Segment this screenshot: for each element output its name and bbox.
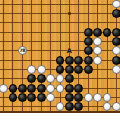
board-point xyxy=(0,84,8,93)
black-stone xyxy=(74,102,83,111)
board-point xyxy=(93,18,102,27)
board-point xyxy=(18,74,27,83)
white-stone xyxy=(103,93,112,102)
board-point xyxy=(112,102,120,111)
board-point xyxy=(27,27,36,36)
white-stone xyxy=(112,65,120,74)
board-point xyxy=(112,55,120,64)
white-stone xyxy=(93,46,102,55)
board-point xyxy=(8,93,17,102)
board-point xyxy=(112,46,120,55)
board-point: 78 xyxy=(18,46,27,55)
board-point xyxy=(112,84,120,93)
board-point xyxy=(102,55,111,64)
board-point xyxy=(27,0,36,9)
board-point xyxy=(102,46,111,55)
white-stone xyxy=(56,74,65,83)
board-point xyxy=(112,27,120,36)
board-point xyxy=(0,0,8,9)
black-stone xyxy=(112,56,120,65)
black-stone xyxy=(37,74,46,83)
board-point xyxy=(83,84,92,93)
board-point xyxy=(112,18,120,27)
board-point xyxy=(74,9,83,18)
board-point xyxy=(83,18,92,27)
board-point xyxy=(93,55,102,64)
board-point xyxy=(0,65,8,74)
board-point xyxy=(27,55,36,64)
point-letter-label: A xyxy=(67,48,72,55)
board-point xyxy=(55,102,64,111)
board-point xyxy=(8,37,17,46)
board-point xyxy=(112,9,120,18)
board-point xyxy=(8,74,17,83)
board-point xyxy=(27,84,36,93)
board-point xyxy=(8,84,17,93)
board-point xyxy=(102,93,111,102)
board-point xyxy=(0,37,8,46)
board-point xyxy=(8,18,17,27)
black-stone xyxy=(37,93,46,102)
board-point xyxy=(18,27,27,36)
board-point xyxy=(8,65,17,74)
board-point xyxy=(46,9,55,18)
board-point xyxy=(55,37,64,46)
white-stone xyxy=(103,102,112,111)
board-point xyxy=(55,55,64,64)
board-point xyxy=(8,9,17,18)
white-stone xyxy=(46,93,55,102)
board-point xyxy=(27,37,36,46)
board-point xyxy=(83,102,92,111)
board-point xyxy=(36,93,45,102)
board-point xyxy=(74,74,83,83)
board-point xyxy=(83,9,92,18)
board-point xyxy=(8,27,17,36)
board-point xyxy=(46,27,55,36)
board-point xyxy=(27,65,36,74)
black-stone xyxy=(56,56,65,65)
black-stone xyxy=(18,84,27,93)
board-point xyxy=(36,102,45,111)
black-stone xyxy=(65,93,74,102)
black-stone xyxy=(74,56,83,65)
board-point xyxy=(83,37,92,46)
board-point xyxy=(36,74,45,83)
board-point xyxy=(83,93,92,102)
board-point xyxy=(18,102,27,111)
board-point xyxy=(8,46,17,55)
board-point xyxy=(112,74,120,83)
board-point xyxy=(8,102,17,111)
board-point xyxy=(74,65,83,74)
board-point xyxy=(36,55,45,64)
board-point xyxy=(74,84,83,93)
white-stone xyxy=(46,84,55,93)
board-point xyxy=(102,74,111,83)
board-point xyxy=(65,84,74,93)
board-point xyxy=(55,46,64,55)
board-point xyxy=(0,93,8,102)
board-point xyxy=(36,37,45,46)
black-stone xyxy=(112,37,120,46)
black-stone xyxy=(65,56,74,65)
board-point xyxy=(93,93,102,102)
board-point xyxy=(46,46,55,55)
board-point xyxy=(93,84,102,93)
board-point xyxy=(74,18,83,27)
board-point xyxy=(102,0,111,9)
black-stone xyxy=(27,84,36,93)
board-point xyxy=(55,0,64,9)
board-point xyxy=(36,84,45,93)
board-point xyxy=(46,55,55,64)
go-diagram-frame: 78A xyxy=(0,0,120,120)
board-point xyxy=(18,9,27,18)
board-point xyxy=(55,27,64,36)
board-point xyxy=(18,84,27,93)
white-stone xyxy=(112,46,120,55)
board-point xyxy=(55,18,64,27)
board-point xyxy=(18,0,27,9)
board-point xyxy=(93,46,102,55)
white-stone xyxy=(56,102,65,111)
white-stone xyxy=(56,84,65,93)
white-stone xyxy=(0,84,8,93)
board-point xyxy=(93,27,102,36)
board-point xyxy=(0,27,8,36)
black-stone xyxy=(65,65,74,74)
white-stone xyxy=(112,0,120,8)
board-point xyxy=(65,0,74,9)
board-point xyxy=(46,0,55,9)
board-point xyxy=(74,102,83,111)
board-point xyxy=(46,84,55,93)
black-stone xyxy=(37,84,46,93)
board-point xyxy=(46,65,55,74)
move-number-label: 78 xyxy=(19,49,25,54)
board-point xyxy=(102,37,111,46)
board-point xyxy=(0,46,8,55)
board-point xyxy=(83,65,92,74)
black-stone xyxy=(9,93,18,102)
board-point xyxy=(8,55,17,64)
board-point xyxy=(102,27,111,36)
white-stone xyxy=(93,93,102,102)
board-point xyxy=(55,93,64,102)
board-point xyxy=(65,93,74,102)
board-point xyxy=(65,74,74,83)
black-stone xyxy=(112,28,120,37)
board-point xyxy=(18,37,27,46)
board-point xyxy=(65,18,74,27)
white-stone xyxy=(27,65,36,74)
board-point xyxy=(93,102,102,111)
board-point xyxy=(102,18,111,27)
board-point xyxy=(93,37,102,46)
board-point xyxy=(83,27,92,36)
black-stone xyxy=(74,65,83,74)
black-stone xyxy=(112,9,120,18)
board-point xyxy=(27,102,36,111)
board-point xyxy=(74,46,83,55)
board-point xyxy=(55,65,64,74)
board-point xyxy=(46,18,55,27)
board-point xyxy=(83,46,92,55)
board-point xyxy=(27,9,36,18)
white-stone xyxy=(93,37,102,46)
board-point xyxy=(74,55,83,64)
black-stone xyxy=(9,84,18,93)
board-point xyxy=(18,18,27,27)
board-point xyxy=(83,0,92,9)
board-point xyxy=(46,102,55,111)
board-point xyxy=(112,0,120,9)
board-point xyxy=(46,37,55,46)
board-point xyxy=(74,0,83,9)
black-stone xyxy=(18,93,27,102)
board-point xyxy=(55,9,64,18)
board-grid: 78A xyxy=(0,0,120,112)
black-stone xyxy=(65,74,74,83)
board-point xyxy=(65,27,74,36)
board-point xyxy=(102,102,111,111)
board-point xyxy=(65,65,74,74)
board-point xyxy=(0,9,8,18)
board-point xyxy=(112,65,120,74)
black-stone xyxy=(103,28,112,37)
black-stone xyxy=(56,65,65,74)
black-stone xyxy=(27,74,36,83)
board-point xyxy=(112,93,120,102)
board-point xyxy=(0,55,8,64)
board-point xyxy=(46,93,55,102)
board-point xyxy=(8,0,17,9)
board-point xyxy=(83,55,92,64)
board-point xyxy=(36,0,45,9)
star-point xyxy=(68,12,71,15)
black-stone xyxy=(74,84,83,93)
board-point xyxy=(83,74,92,83)
board-point xyxy=(55,84,64,93)
board-point xyxy=(36,27,45,36)
board-point xyxy=(93,74,102,83)
white-stone xyxy=(93,56,102,65)
board-point xyxy=(36,65,45,74)
board-point xyxy=(65,102,74,111)
board-point xyxy=(27,74,36,83)
black-stone xyxy=(84,56,93,65)
black-stone xyxy=(93,28,102,37)
board-point xyxy=(74,37,83,46)
board-point xyxy=(0,74,8,83)
white-stone xyxy=(84,93,93,102)
board-point xyxy=(112,37,120,46)
board-point xyxy=(18,93,27,102)
board-point xyxy=(36,46,45,55)
board-point xyxy=(65,9,74,18)
board-point xyxy=(36,18,45,27)
black-stone xyxy=(65,102,74,111)
board-point xyxy=(55,74,64,83)
white-stone xyxy=(112,102,120,111)
board-point xyxy=(93,0,102,9)
white-stone xyxy=(46,74,55,83)
board-point xyxy=(102,9,111,18)
black-stone xyxy=(27,93,36,102)
board-point xyxy=(27,93,36,102)
board-point xyxy=(65,37,74,46)
board-point xyxy=(0,102,8,111)
board-point xyxy=(93,65,102,74)
board-point xyxy=(27,18,36,27)
board-point xyxy=(0,18,8,27)
board-point xyxy=(102,84,111,93)
board-point xyxy=(36,9,45,18)
black-stone xyxy=(84,46,93,55)
board-point xyxy=(74,93,83,102)
board-point xyxy=(46,74,55,83)
white-stone xyxy=(37,65,46,74)
black-stone xyxy=(84,28,93,37)
black-stone xyxy=(84,37,93,46)
black-stone xyxy=(84,65,93,74)
board-point xyxy=(18,55,27,64)
board-point xyxy=(65,55,74,64)
white-stone: 78 xyxy=(18,46,27,55)
board-point xyxy=(27,46,36,55)
go-board: 78A xyxy=(0,0,120,113)
board-point xyxy=(18,65,27,74)
board-point: A xyxy=(65,46,74,55)
board-point xyxy=(102,65,111,74)
black-stone xyxy=(74,93,83,102)
black-stone xyxy=(65,84,74,93)
board-point xyxy=(93,9,102,18)
board-point xyxy=(74,27,83,36)
